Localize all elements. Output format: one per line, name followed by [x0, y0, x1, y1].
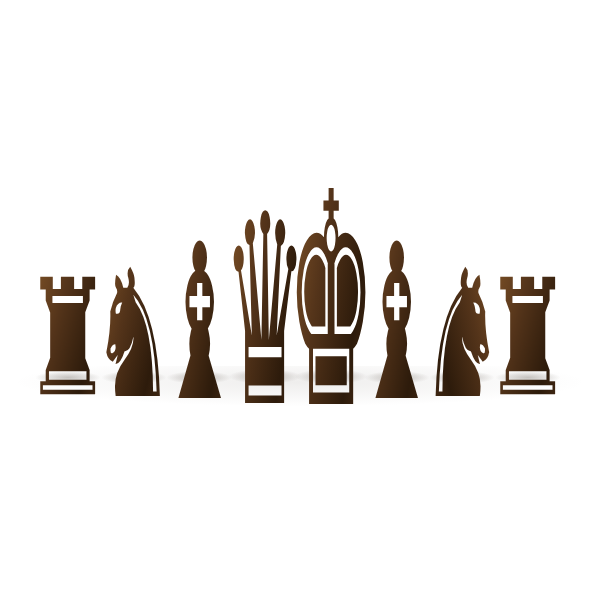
piece-slot-5: ♚: [299, 208, 363, 380]
piece-slot-8: ♜: [496, 258, 560, 380]
chess-pieces-photo: ♜ ♞ ♝ ♛ ♚ ♝ ♞ ♜: [0, 0, 600, 600]
piece-slot-7: ♞: [430, 250, 494, 380]
piece-king[interactable]: ♚: [287, 155, 375, 451]
piece-slot-3: ♝: [167, 238, 231, 380]
piece-slot-2: ♞: [102, 250, 166, 380]
pieces-row: ♜ ♞ ♝ ♛ ♚ ♝ ♞ ♜: [36, 0, 560, 380]
